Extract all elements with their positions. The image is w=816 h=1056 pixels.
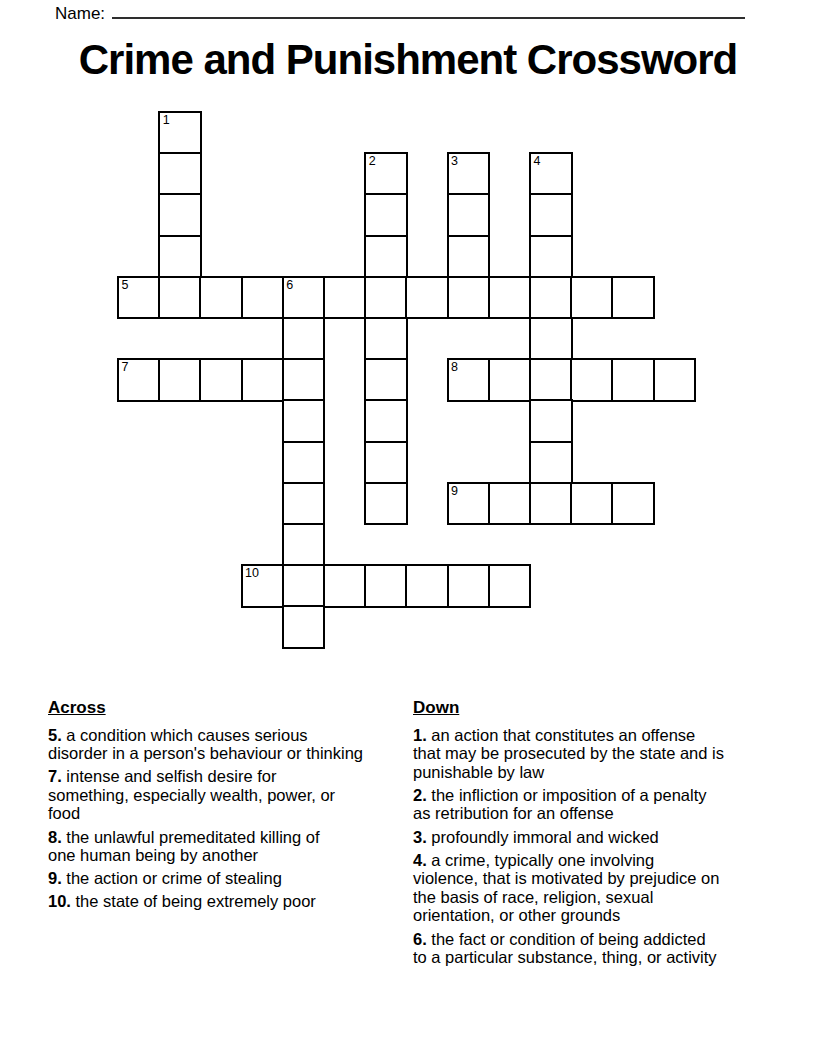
grid-cell-r9c4[interactable] [282,482,326,526]
grid-cell-r5c4[interactable] [282,317,326,361]
clue-number-9: 9 [451,484,458,498]
grid-cell-r8c10[interactable] [529,441,573,485]
grid-cell-r9c11[interactable] [570,482,614,526]
down-clue-6-text: the fact or condition of being addicted … [413,930,717,967]
grid-cell-r3c10[interactable] [529,235,573,279]
grid-cell-r9c6[interactable] [364,482,408,526]
grid-cell-r3c1[interactable] [158,235,202,279]
name-label: Name: [55,4,105,23]
down-clue-1: 1. an action that constitutes an offense… [413,726,781,782]
grid-cell-r4c2[interactable] [199,276,243,320]
across-clue-7-text: intense and selfish desire for something… [48,767,335,822]
grid-cell-r10c4[interactable] [282,523,326,567]
grid-cell-r11c8[interactable] [447,564,491,608]
down-clue-1-text: an action that constitutes an offense th… [413,726,724,781]
grid-cell-r2c8[interactable] [447,193,491,237]
grid-cell-r1c8[interactable]: 3 [447,152,491,196]
across-clue-7: 7. intense and selfish desire for someth… [48,767,408,823]
across-clue-5-text: a condition which causes serious disorde… [48,726,363,763]
grid-cell-r7c4[interactable] [282,399,326,443]
grid-cell-r3c6[interactable] [364,235,408,279]
grid-cell-r6c2[interactable] [199,358,243,402]
clue-number-5: 5 [122,278,129,292]
grid-cell-r9c9[interactable] [488,482,532,526]
across-clue-10: 10. the state of being extremely poor [48,892,408,911]
down-clue-3-number: 3. [413,828,427,846]
clue-number-2: 2 [369,154,376,168]
grid-cell-r4c5[interactable] [323,276,367,320]
grid-cell-r9c8[interactable]: 9 [447,482,491,526]
across-clues-panel: Across 5. a condition which causes serio… [48,699,408,915]
grid-cell-r1c6[interactable]: 2 [364,152,408,196]
grid-cell-r3c8[interactable] [447,235,491,279]
across-clue-5: 5. a condition which causes serious diso… [48,726,408,763]
grid-cell-r8c4[interactable] [282,441,326,485]
down-clue-6: 6. the fact or condition of being addict… [413,930,781,967]
clue-number-4: 4 [534,154,541,168]
grid-cell-r5c10[interactable] [529,317,573,361]
across-clue-8-text: the unlawful premeditated killing of one… [48,828,320,865]
grid-cell-r11c7[interactable] [405,564,449,608]
down-clue-4-number: 4. [413,851,427,869]
down-clue-2-text: the infliction or imposition of a penalt… [413,786,707,823]
clue-number-10: 10 [245,566,259,580]
clue-number-7: 7 [122,360,129,374]
grid-cell-r9c10[interactable] [529,482,573,526]
grid-cell-r4c8[interactable] [447,276,491,320]
grid-cell-r6c9[interactable] [488,358,532,402]
grid-cell-r4c10[interactable] [529,276,573,320]
across-clue-5-number: 5. [48,726,62,744]
grid-cell-r4c7[interactable] [405,276,449,320]
grid-cell-r6c10[interactable] [529,358,573,402]
down-clue-3: 3. profoundly immoral and wicked [413,828,781,847]
grid-cell-r4c3[interactable] [241,276,285,320]
name-blank-line[interactable] [112,3,745,19]
down-clue-1-number: 1. [413,726,427,744]
down-clue-2: 2. the infliction or imposition of a pen… [413,786,781,823]
across-clue-10-number: 10. [48,892,71,910]
down-clue-2-number: 2. [413,786,427,804]
grid-cell-r2c10[interactable] [529,193,573,237]
down-clue-6-number: 6. [413,930,427,948]
grid-cell-r7c10[interactable] [529,399,573,443]
across-clue-8-number: 8. [48,828,62,846]
grid-cell-r11c4[interactable] [282,564,326,608]
grid-cell-r4c11[interactable] [570,276,614,320]
crossword-grid: 12345678910 [117,111,699,652]
grid-cell-r4c1[interactable] [158,276,202,320]
grid-cell-r4c6[interactable] [364,276,408,320]
clue-number-8: 8 [451,360,458,374]
grid-cell-r6c0[interactable]: 7 [117,358,161,402]
down-heading: Down [413,699,781,718]
across-clue-8: 8. the unlawful premeditated killing of … [48,828,408,865]
grid-cell-r6c6[interactable] [364,358,408,402]
across-clue-9-number: 9. [48,869,62,887]
grid-cell-r5c6[interactable] [364,317,408,361]
puzzle-title: Crime and Punishment Crossword [0,36,816,84]
grid-cell-r4c0[interactable]: 5 [117,276,161,320]
across-clue-7-number: 7. [48,767,62,785]
name-row: Name: [55,3,745,24]
grid-cell-r7c6[interactable] [364,399,408,443]
down-clue-4: 4. a crime, typically one involving viol… [413,851,781,925]
grid-cell-r11c6[interactable] [364,564,408,608]
grid-cell-r6c11[interactable] [570,358,614,402]
grid-cell-r9c12[interactable] [611,482,655,526]
grid-cell-r4c4[interactable]: 6 [282,276,326,320]
grid-cell-r6c13[interactable] [653,358,697,402]
grid-cell-r6c12[interactable] [611,358,655,402]
grid-cell-r2c6[interactable] [364,193,408,237]
grid-cell-r11c3[interactable]: 10 [241,564,285,608]
grid-cell-r1c10[interactable]: 4 [529,152,573,196]
grid-cell-r4c9[interactable] [488,276,532,320]
across-clue-10-text: the state of being extremely poor [76,892,316,910]
grid-cell-r6c3[interactable] [241,358,285,402]
across-clue-9-text: the action or crime of stealing [66,869,282,887]
grid-cell-r0c1[interactable]: 1 [158,111,202,155]
down-clue-3-text: profoundly immoral and wicked [431,828,658,846]
grid-cell-r12c4[interactable] [282,605,326,649]
down-clue-4-text: a crime, typically one involving violenc… [413,851,719,925]
clue-number-6: 6 [286,278,293,292]
grid-cell-r6c4[interactable] [282,358,326,402]
across-heading: Across [48,699,408,718]
grid-cell-r6c1[interactable] [158,358,202,402]
down-clues-panel: Down 1. an action that constitutes an of… [413,699,781,971]
clue-number-3: 3 [451,154,458,168]
across-clue-9: 9. the action or crime of stealing [48,869,408,888]
grid-cell-r4c12[interactable] [611,276,655,320]
grid-cell-r2c1[interactable] [158,193,202,237]
grid-cell-r11c9[interactable] [488,564,532,608]
grid-cell-r8c6[interactable] [364,441,408,485]
clue-number-1: 1 [163,113,170,127]
grid-cell-r1c1[interactable] [158,152,202,196]
grid-cell-r11c5[interactable] [323,564,367,608]
grid-cell-r6c8[interactable]: 8 [447,358,491,402]
